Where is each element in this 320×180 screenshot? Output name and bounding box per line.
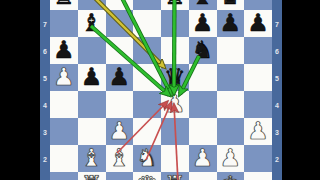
square-c6[interactable] [106,37,134,64]
black-pawn-a6: ♟ [50,37,78,64]
square-g1[interactable]: ♚ [217,172,245,180]
square-e1[interactable]: ♜ [161,172,189,180]
square-a6[interactable]: ♟ [50,37,78,64]
square-h5[interactable] [244,64,272,91]
white-pawn-f2: ♟ [189,145,217,172]
black-bishop-b7: ♝ [78,10,106,37]
white-pawn-e4: ♟ [161,91,189,118]
white-bishop-b2: ♝ [78,145,106,172]
black-rook-e8: ♜ [161,0,189,10]
rank-label-right-7: 7 [272,20,282,27]
square-g4[interactable] [217,91,245,118]
square-b7[interactable]: ♝ [78,10,106,37]
rank-label-left-3: 3 [40,128,50,135]
square-g3[interactable] [217,118,245,145]
square-d8[interactable] [133,0,161,10]
black-pawn-f7: ♟ [189,10,217,37]
white-pawn-a5: ♟ [50,64,78,91]
board-border-right: 765432 [272,0,282,180]
square-d3[interactable] [133,118,161,145]
square-a3[interactable] [50,118,78,145]
square-a2[interactable] [50,145,78,172]
square-f6[interactable]: ♞ [189,37,217,64]
square-f5[interactable] [189,64,217,91]
square-e2[interactable] [161,145,189,172]
white-pawn-g2: ♟ [217,145,245,172]
square-g6[interactable] [217,37,245,64]
square-e8[interactable]: ♜ [161,0,189,10]
square-g2[interactable]: ♟ [217,145,245,172]
square-e7[interactable] [161,10,189,37]
black-pawn-h7: ♟ [244,10,272,37]
black-pawn-c5: ♟ [106,64,134,91]
black-rook-a8: ♜ [50,0,78,10]
rank-label-left-7: 7 [40,20,50,27]
black-queen-e5: ♛ [161,64,189,91]
square-e5[interactable]: ♛ [161,64,189,91]
black-pawn-g7: ♟ [217,10,245,37]
square-f7[interactable]: ♟ [189,10,217,37]
rank-label-right-6: 6 [272,47,282,54]
chess-analysis-screenshot: 765432 765432 ♜♜♝♚♝♟♟♟♟♞♟♟♟♛♟♟♟♝♝♞♟♟♜♛♜♚ [0,0,320,180]
square-f2[interactable]: ♟ [189,145,217,172]
square-d7[interactable] [133,10,161,37]
square-f4[interactable] [189,91,217,118]
black-king-g8: ♚ [217,0,245,10]
square-e3[interactable] [161,118,189,145]
square-a5[interactable]: ♟ [50,64,78,91]
square-h2[interactable] [244,145,272,172]
square-c8[interactable] [106,0,134,10]
black-bishop-f8: ♝ [189,0,217,10]
square-c5[interactable]: ♟ [106,64,134,91]
square-c1[interactable] [106,172,134,180]
square-a7[interactable] [50,10,78,37]
square-d1[interactable]: ♛ [133,172,161,180]
rank-label-left-2: 2 [40,155,50,162]
square-c3[interactable]: ♟ [106,118,134,145]
square-b3[interactable] [78,118,106,145]
square-b2[interactable]: ♝ [78,145,106,172]
square-a8[interactable]: ♜ [50,0,78,10]
square-h1[interactable] [244,172,272,180]
square-e4[interactable]: ♟ [161,91,189,118]
square-d4[interactable] [133,91,161,118]
square-a1[interactable] [50,172,78,180]
square-h7[interactable]: ♟ [244,10,272,37]
square-h3[interactable]: ♟ [244,118,272,145]
black-knight-f6: ♞ [189,37,217,64]
white-pawn-c3: ♟ [106,118,134,145]
square-b5[interactable]: ♟ [78,64,106,91]
white-queen-d1: ♛ [133,172,161,180]
square-h8[interactable] [244,0,272,10]
square-h6[interactable] [244,37,272,64]
square-c2[interactable]: ♝ [106,145,134,172]
square-g5[interactable] [217,64,245,91]
left-black-bar [0,0,40,180]
square-g8[interactable]: ♚ [217,0,245,10]
square-c7[interactable] [106,10,134,37]
right-black-bar [282,0,320,180]
rank-label-right-4: 4 [272,101,282,108]
black-pawn-b5: ♟ [78,64,106,91]
white-knight-d2: ♞ [133,145,161,172]
square-d5[interactable] [133,64,161,91]
square-d6[interactable] [133,37,161,64]
square-h4[interactable] [244,91,272,118]
square-b8[interactable] [78,0,106,10]
white-bishop-c2: ♝ [106,145,134,172]
square-b1[interactable]: ♜ [78,172,106,180]
square-d2[interactable]: ♞ [133,145,161,172]
chess-board[interactable]: ♜♜♝♚♝♟♟♟♟♞♟♟♟♛♟♟♟♝♝♞♟♟♜♛♜♚ [50,0,272,180]
square-a4[interactable] [50,91,78,118]
rank-label-left-4: 4 [40,101,50,108]
square-f8[interactable]: ♝ [189,0,217,10]
square-e6[interactable] [161,37,189,64]
rank-label-left-6: 6 [40,47,50,54]
square-f1[interactable] [189,172,217,180]
rank-label-right-2: 2 [272,155,282,162]
board-border-left: 765432 [40,0,50,180]
square-g7[interactable]: ♟ [217,10,245,37]
rank-label-left-5: 5 [40,74,50,81]
square-b4[interactable] [78,91,106,118]
white-rook-e1: ♜ [161,172,189,180]
white-rook-b1: ♜ [78,172,106,180]
square-b6[interactable] [78,37,106,64]
square-f3[interactable] [189,118,217,145]
rank-label-right-5: 5 [272,74,282,81]
white-pawn-h3: ♟ [244,118,272,145]
white-king-g1: ♚ [217,172,245,180]
rank-label-right-3: 3 [272,128,282,135]
square-c4[interactable] [106,91,134,118]
